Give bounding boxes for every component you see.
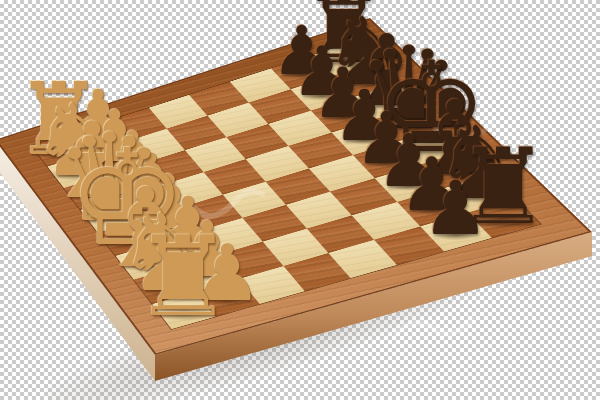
- piece-black-pawn-h7[interactable]: ♟: [422, 172, 489, 247]
- piece-white-rook-h1[interactable]: ♜: [134, 222, 233, 333]
- scene: ♜♟♞♟♝♟♛♟♟♚♜♟♟♝♞♟♟♝♞♟♟♛♜♟♟♚♟♝♟♞♟♜: [0, 0, 600, 400]
- pieces-layer: ♜♟♞♟♝♟♛♟♟♚♜♟♟♝♞♟♟♝♞♟♟♛♜♟♟♚♟♝♟♞♟♜: [0, 0, 600, 400]
